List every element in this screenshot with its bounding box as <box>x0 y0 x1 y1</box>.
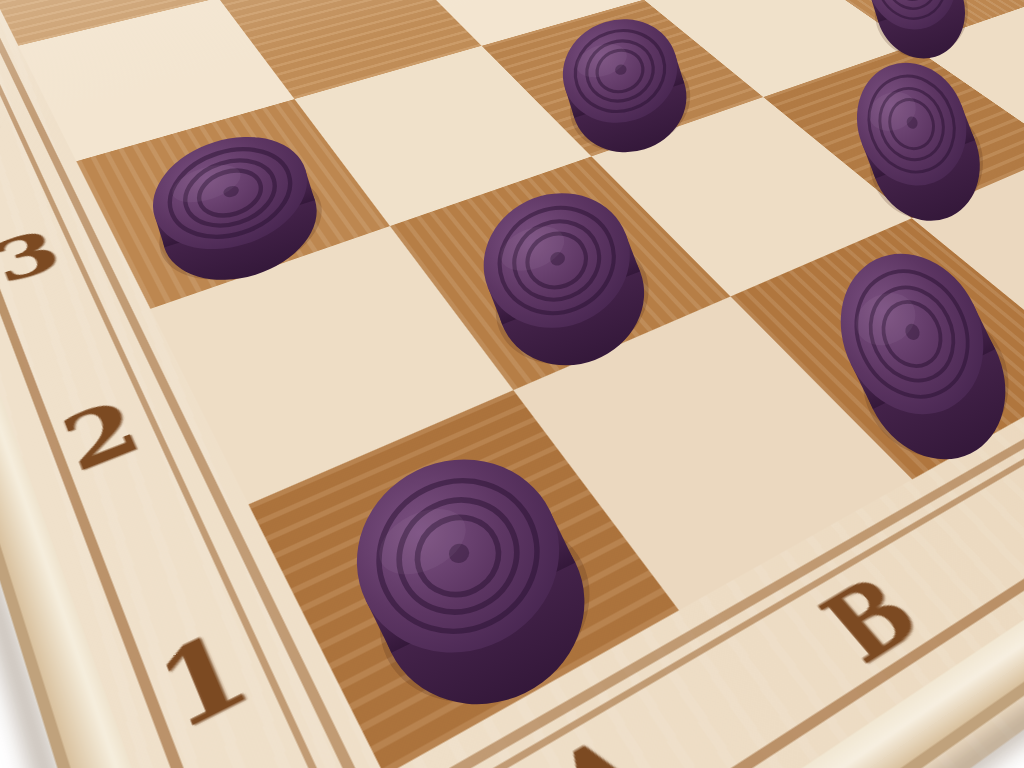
pieces-layer <box>0 0 1024 768</box>
board-photo: 1234ABC <box>0 0 1024 768</box>
checker-piece-d2[interactable] <box>836 45 1000 238</box>
checker-piece-a3[interactable] <box>134 117 335 300</box>
checker-piece-e3[interactable] <box>852 0 980 71</box>
checker-piece-c1[interactable] <box>811 228 1024 485</box>
checker-piece-a1[interactable] <box>319 423 623 741</box>
checker-piece-c3[interactable] <box>546 4 703 168</box>
checker-piece-b2[interactable] <box>460 171 668 388</box>
